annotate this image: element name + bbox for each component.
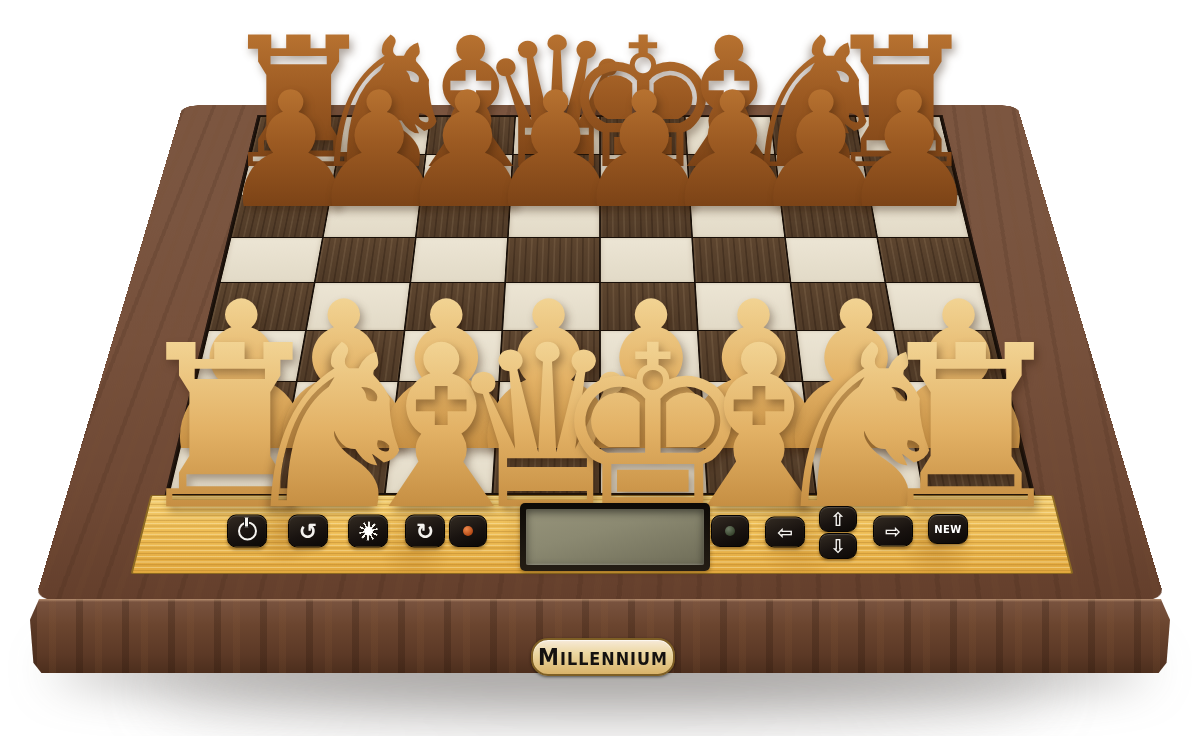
red-dot-icon — [463, 526, 473, 536]
lcd-display — [520, 503, 710, 571]
lcd-screen — [526, 509, 704, 565]
cursor-right-button[interactable]: ⇨ — [873, 516, 913, 547]
new-game-button[interactable]: NEW — [928, 514, 968, 544]
white-led-button[interactable] — [449, 515, 487, 547]
green-dot-icon — [725, 526, 735, 536]
burst-icon — [359, 522, 378, 541]
arrow-down-icon: ⇩ — [830, 537, 846, 556]
take-back-button[interactable]: ↺ — [288, 515, 328, 548]
cursor-up-button[interactable]: ⇧ — [819, 506, 857, 532]
arrow-left-icon: ⇦ — [777, 523, 793, 542]
brand-plate: MILLENNIUM — [531, 638, 675, 676]
brand-logo-text: MILLENNIUM — [538, 644, 668, 670]
piece-black-pawn-h7[interactable]: ♟ — [838, 71, 981, 231]
black-led-button[interactable] — [711, 515, 749, 547]
new-game-label: NEW — [934, 524, 962, 535]
cursor-left-button[interactable]: ⇦ — [765, 517, 805, 548]
redo-arrow-icon: ↻ — [416, 520, 434, 542]
undo-arrow-icon: ↺ — [299, 520, 317, 542]
replay-button[interactable]: ↻ — [405, 515, 445, 548]
power-icon — [238, 522, 257, 541]
hint-button[interactable] — [348, 515, 388, 548]
cursor-down-button[interactable]: ⇩ — [819, 533, 857, 559]
arrow-right-icon: ⇨ — [885, 522, 901, 541]
product-photo-millennium-chess-computer: { "game": "chess", "device": { "brand": … — [0, 0, 1200, 736]
piece-white-rook-h1[interactable]: ♜ — [870, 316, 1072, 541]
power-button[interactable] — [227, 515, 267, 548]
arrow-up-icon: ⇧ — [830, 510, 846, 529]
